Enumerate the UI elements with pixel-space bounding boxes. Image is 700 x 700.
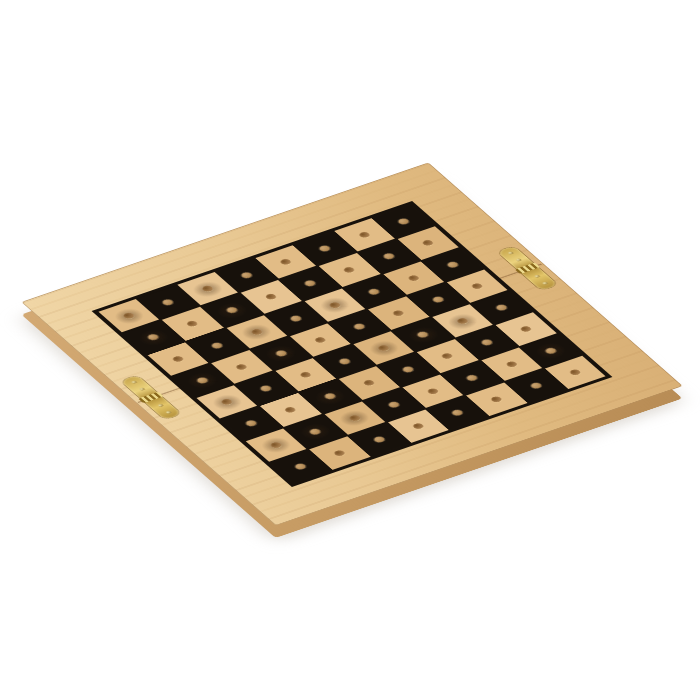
hinge-screw xyxy=(157,404,164,408)
hinge-screw xyxy=(138,387,145,391)
white-rook-glyph: ♜ xyxy=(258,350,299,453)
product-photo-scene: ♜♝♛♚♟♟♟♟♟♝♞♟♛♜♞♚♜ xyxy=(0,0,700,700)
hinge-screw xyxy=(515,258,522,262)
hinge-screw xyxy=(165,411,172,415)
hinge-screw xyxy=(130,380,137,384)
black-knight-glyph: ♞ xyxy=(402,236,448,342)
white-pawn-glyph: ♟ xyxy=(211,334,246,410)
white-rook-glyph: ♜ xyxy=(532,255,573,358)
white-knight-glyph: ♞ xyxy=(294,333,340,439)
white-pawn-glyph: ♟ xyxy=(446,253,481,329)
board-panel: ♜♝♛♚♟♟♟♟♟♝♞♟♛♜♞♚♜ xyxy=(21,162,682,525)
hinge-screw xyxy=(507,251,514,255)
black-queen-glyph: ♛ xyxy=(130,217,180,345)
chess-board: ♜♝♛♚♟♟♟♟♟♝♞♟♛♜♞♚♜ xyxy=(21,162,682,525)
